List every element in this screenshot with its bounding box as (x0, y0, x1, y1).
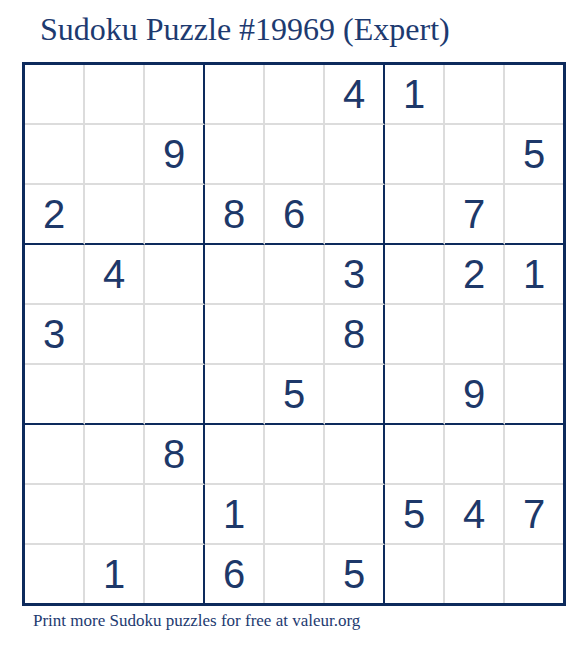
cell-r1c9 (505, 65, 563, 125)
cell-r7c6 (325, 425, 385, 485)
cell-r8c6 (325, 485, 385, 545)
cell-r2c3: 9 (145, 125, 205, 185)
cell-r7c3: 8 (145, 425, 205, 485)
cell-r5c4 (205, 305, 265, 365)
cell-r6c8: 9 (445, 365, 505, 425)
cell-r2c1 (25, 125, 85, 185)
cell-r5c1: 3 (25, 305, 85, 365)
cell-r8c1 (25, 485, 85, 545)
cell-r5c2 (85, 305, 145, 365)
cell-r9c5 (265, 545, 325, 603)
cell-r7c7 (385, 425, 445, 485)
cell-r4c4 (205, 245, 265, 305)
cell-r8c9: 7 (505, 485, 563, 545)
cell-r3c3 (145, 185, 205, 245)
cell-r3c4: 8 (205, 185, 265, 245)
cell-r6c6 (325, 365, 385, 425)
sudoku-board: 419528674321385981547165 (22, 62, 566, 606)
cell-r7c9 (505, 425, 563, 485)
cell-r6c5: 5 (265, 365, 325, 425)
cell-r5c3 (145, 305, 205, 365)
cell-r6c9 (505, 365, 563, 425)
sudoku-page: { "game": "sudoku", "grid_size": "9x9", … (0, 0, 580, 651)
cell-r3c9 (505, 185, 563, 245)
cell-r1c5 (265, 65, 325, 125)
cell-r8c7: 5 (385, 485, 445, 545)
cell-r7c4 (205, 425, 265, 485)
cell-r9c8 (445, 545, 505, 603)
cell-r5c5 (265, 305, 325, 365)
cell-r4c2: 4 (85, 245, 145, 305)
cell-r8c8: 4 (445, 485, 505, 545)
cell-r7c8 (445, 425, 505, 485)
cell-r5c9 (505, 305, 563, 365)
cell-r5c7 (385, 305, 445, 365)
cell-r1c3 (145, 65, 205, 125)
cell-r9c6: 5 (325, 545, 385, 603)
cell-r4c5 (265, 245, 325, 305)
cell-r2c2 (85, 125, 145, 185)
cell-r3c1: 2 (25, 185, 85, 245)
cell-r1c8 (445, 65, 505, 125)
cell-r3c7 (385, 185, 445, 245)
cell-r5c8 (445, 305, 505, 365)
cell-r6c3 (145, 365, 205, 425)
cell-r9c1 (25, 545, 85, 603)
cell-r9c3 (145, 545, 205, 603)
cell-r8c3 (145, 485, 205, 545)
cell-r2c8 (445, 125, 505, 185)
cell-r8c2 (85, 485, 145, 545)
cell-r2c9: 5 (505, 125, 563, 185)
cell-r4c6: 3 (325, 245, 385, 305)
cell-r4c9: 1 (505, 245, 563, 305)
cell-r7c2 (85, 425, 145, 485)
cell-r2c6 (325, 125, 385, 185)
cell-r4c7 (385, 245, 445, 305)
cell-r1c6: 4 (325, 65, 385, 125)
cell-r6c1 (25, 365, 85, 425)
cell-r6c4 (205, 365, 265, 425)
cell-r9c9 (505, 545, 563, 603)
cell-r2c5 (265, 125, 325, 185)
cell-r3c8: 7 (445, 185, 505, 245)
cell-r1c7: 1 (385, 65, 445, 125)
page-title: Sudoku Puzzle #19969 (Expert) (40, 11, 450, 48)
cell-r6c2 (85, 365, 145, 425)
cell-r9c2: 1 (85, 545, 145, 603)
cell-r9c4: 6 (205, 545, 265, 603)
cell-r6c7 (385, 365, 445, 425)
cell-r7c1 (25, 425, 85, 485)
cell-r4c1 (25, 245, 85, 305)
cell-r1c4 (205, 65, 265, 125)
cell-r3c6 (325, 185, 385, 245)
footer-text: Print more Sudoku puzzles for free at va… (33, 611, 360, 631)
cell-r9c7 (385, 545, 445, 603)
cell-r3c5: 6 (265, 185, 325, 245)
cell-r4c8: 2 (445, 245, 505, 305)
cell-r4c3 (145, 245, 205, 305)
cell-r2c7 (385, 125, 445, 185)
cell-r1c2 (85, 65, 145, 125)
cell-r2c4 (205, 125, 265, 185)
cell-r8c4: 1 (205, 485, 265, 545)
cell-r3c2 (85, 185, 145, 245)
cell-r8c5 (265, 485, 325, 545)
cell-r5c6: 8 (325, 305, 385, 365)
cell-r7c5 (265, 425, 325, 485)
cell-r1c1 (25, 65, 85, 125)
